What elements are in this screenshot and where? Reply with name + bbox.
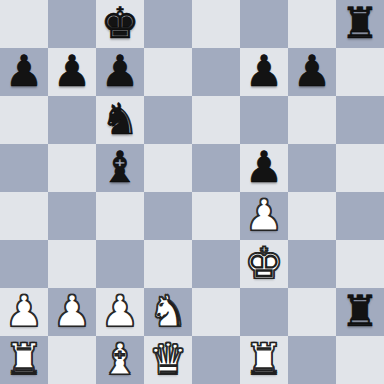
black-pawn[interactable]: ♟ — [101, 50, 140, 93]
square-c8[interactable]: ♚ — [96, 0, 144, 48]
square-h4[interactable] — [336, 192, 384, 240]
square-b3[interactable] — [48, 240, 96, 288]
square-a8[interactable] — [0, 0, 48, 48]
square-f6[interactable] — [240, 96, 288, 144]
square-f8[interactable] — [240, 0, 288, 48]
square-c7[interactable]: ♟ — [96, 48, 144, 96]
square-h6[interactable] — [336, 96, 384, 144]
square-d4[interactable] — [144, 192, 192, 240]
black-knight[interactable]: ♞ — [101, 98, 140, 141]
square-d2[interactable]: ♞ — [144, 288, 192, 336]
square-e7[interactable] — [192, 48, 240, 96]
square-a3[interactable] — [0, 240, 48, 288]
black-king[interactable]: ♚ — [101, 2, 140, 45]
square-b5[interactable] — [48, 144, 96, 192]
square-d1[interactable]: ♛ — [144, 336, 192, 384]
black-pawn[interactable]: ♟ — [293, 50, 332, 93]
square-h2[interactable]: ♜ — [336, 288, 384, 336]
white-bishop[interactable]: ♝ — [101, 338, 140, 381]
square-b8[interactable] — [48, 0, 96, 48]
square-a7[interactable]: ♟ — [0, 48, 48, 96]
square-a4[interactable] — [0, 192, 48, 240]
square-f7[interactable]: ♟ — [240, 48, 288, 96]
square-e3[interactable] — [192, 240, 240, 288]
black-pawn[interactable]: ♟ — [245, 50, 284, 93]
black-rook[interactable]: ♜ — [341, 290, 380, 333]
square-a5[interactable] — [0, 144, 48, 192]
square-f4[interactable]: ♟ — [240, 192, 288, 240]
square-h7[interactable] — [336, 48, 384, 96]
square-c1[interactable]: ♝ — [96, 336, 144, 384]
square-h3[interactable] — [336, 240, 384, 288]
square-e1[interactable] — [192, 336, 240, 384]
square-c6[interactable]: ♞ — [96, 96, 144, 144]
square-e2[interactable] — [192, 288, 240, 336]
square-b4[interactable] — [48, 192, 96, 240]
square-b6[interactable] — [48, 96, 96, 144]
square-c5[interactable]: ♝ — [96, 144, 144, 192]
square-g3[interactable] — [288, 240, 336, 288]
square-g4[interactable] — [288, 192, 336, 240]
square-b7[interactable]: ♟ — [48, 48, 96, 96]
square-g5[interactable] — [288, 144, 336, 192]
white-queen[interactable]: ♛ — [149, 338, 188, 381]
square-e8[interactable] — [192, 0, 240, 48]
square-h8[interactable]: ♜ — [336, 0, 384, 48]
white-pawn[interactable]: ♟ — [101, 290, 140, 333]
white-pawn[interactable]: ♟ — [5, 290, 44, 333]
black-rook[interactable]: ♜ — [341, 2, 380, 45]
square-g1[interactable] — [288, 336, 336, 384]
white-rook[interactable]: ♜ — [245, 338, 284, 381]
black-bishop[interactable]: ♝ — [101, 146, 140, 189]
square-d5[interactable] — [144, 144, 192, 192]
square-d8[interactable] — [144, 0, 192, 48]
white-pawn[interactable]: ♟ — [53, 290, 92, 333]
square-g7[interactable]: ♟ — [288, 48, 336, 96]
square-h1[interactable] — [336, 336, 384, 384]
square-g6[interactable] — [288, 96, 336, 144]
square-c4[interactable] — [96, 192, 144, 240]
square-c3[interactable] — [96, 240, 144, 288]
square-e4[interactable] — [192, 192, 240, 240]
square-b1[interactable] — [48, 336, 96, 384]
square-e6[interactable] — [192, 96, 240, 144]
square-a1[interactable]: ♜ — [0, 336, 48, 384]
black-pawn[interactable]: ♟ — [53, 50, 92, 93]
square-g2[interactable] — [288, 288, 336, 336]
square-d3[interactable] — [144, 240, 192, 288]
square-c2[interactable]: ♟ — [96, 288, 144, 336]
black-pawn[interactable]: ♟ — [5, 50, 44, 93]
square-f5[interactable]: ♟ — [240, 144, 288, 192]
square-e5[interactable] — [192, 144, 240, 192]
square-b2[interactable]: ♟ — [48, 288, 96, 336]
white-pawn[interactable]: ♟ — [245, 194, 284, 237]
white-king[interactable]: ♚ — [245, 242, 284, 285]
white-rook[interactable]: ♜ — [5, 338, 44, 381]
square-d7[interactable] — [144, 48, 192, 96]
square-f3[interactable]: ♚ — [240, 240, 288, 288]
black-pawn[interactable]: ♟ — [245, 146, 284, 189]
square-g8[interactable] — [288, 0, 336, 48]
square-f1[interactable]: ♜ — [240, 336, 288, 384]
white-knight[interactable]: ♞ — [149, 290, 188, 333]
chess-board: ♚♜♟♟♟♟♟♞♝♟♟♚♟♟♟♞♜♜♝♛♜ — [0, 0, 384, 384]
square-d6[interactable] — [144, 96, 192, 144]
square-a2[interactable]: ♟ — [0, 288, 48, 336]
square-h5[interactable] — [336, 144, 384, 192]
square-a6[interactable] — [0, 96, 48, 144]
square-f2[interactable] — [240, 288, 288, 336]
